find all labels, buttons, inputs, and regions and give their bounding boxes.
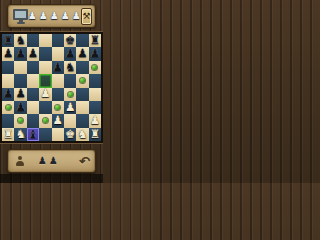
bottom-wood-shade (0, 174, 103, 183)
black-pawn: ♟ (65, 48, 75, 60)
square-c2[interactable] (27, 114, 39, 127)
legal-move-dot (18, 118, 23, 123)
black-king: ♚ (65, 35, 75, 47)
square-d4[interactable]: ♟ (39, 88, 51, 101)
square-g5[interactable] (76, 74, 88, 87)
square-f7[interactable]: ♟ (64, 47, 76, 60)
square-c4[interactable] (27, 88, 39, 101)
legal-move-dot (43, 118, 48, 123)
square-c6[interactable] (27, 61, 39, 74)
white-knight: ♞ (77, 129, 87, 141)
black-pawn: ♟ (15, 102, 25, 114)
square-b7[interactable]: ♟ (14, 47, 26, 60)
menu-tools-button[interactable]: ⚒ (81, 8, 92, 25)
square-d1[interactable] (39, 128, 51, 141)
square-d8[interactable] (39, 34, 51, 47)
square-g2[interactable] (76, 114, 88, 127)
computer-captured-tray: ♟♟♟♟♟ (28, 11, 81, 21)
captured-white-pawn: ♟ (39, 11, 48, 21)
square-c3[interactable] (27, 101, 39, 114)
square-e2[interactable]: ♟ (52, 114, 64, 127)
square-a7[interactable]: ♟ (2, 47, 14, 60)
square-h4[interactable] (89, 88, 101, 101)
square-b1[interactable]: ♞ (14, 128, 26, 141)
white-pawn: ♟ (53, 115, 63, 127)
board-frame: ♜♞♚♜♟♟♟♟♟♟♟♞♟♟♟♟♟♟♟♜♞♝♚♞♜ (0, 32, 103, 143)
square-d6[interactable] (39, 61, 51, 74)
captured-white-pawn: ♟ (72, 11, 81, 21)
square-a1[interactable]: ♜ (2, 128, 14, 141)
square-b2[interactable] (14, 114, 26, 127)
black-rook: ♜ (90, 35, 100, 47)
square-b6[interactable] (14, 61, 26, 74)
square-h6[interactable] (89, 61, 101, 74)
undo-arrow-icon: ↶ (79, 154, 90, 169)
square-e1[interactable] (52, 128, 64, 141)
legal-move-dot (80, 78, 85, 83)
undo-button[interactable]: ↶ (79, 155, 90, 168)
black-knight: ♞ (15, 35, 25, 47)
square-d7[interactable] (39, 47, 51, 60)
legal-move-dot (92, 65, 97, 70)
square-e6[interactable]: ♟ (52, 61, 64, 74)
square-f4[interactable] (64, 88, 76, 101)
square-a3[interactable] (2, 101, 14, 114)
black-pawn: ♟ (77, 48, 87, 60)
square-c7[interactable]: ♟ (27, 47, 39, 60)
black-pawn: ♟ (28, 48, 38, 60)
square-a6[interactable] (2, 61, 14, 74)
legal-move-dot (6, 105, 11, 110)
captured-black-pawn: ♟ (38, 156, 47, 166)
black-pawn: ♟ (15, 88, 25, 100)
white-rook: ♜ (90, 129, 100, 141)
human-player-bar: ♟♟ ↶ (7, 149, 96, 173)
square-h1[interactable]: ♜ (89, 128, 101, 141)
black-rook: ♜ (3, 35, 13, 47)
legal-move-dot (68, 92, 73, 97)
black-knight: ♞ (65, 62, 75, 74)
captured-white-pawn: ♟ (28, 11, 37, 21)
black-pawn: ♟ (3, 48, 13, 60)
captured-white-pawn: ♟ (50, 11, 59, 21)
square-f6[interactable]: ♞ (64, 61, 76, 74)
square-e7[interactable] (52, 47, 64, 60)
square-h7[interactable]: ♟ (89, 47, 101, 60)
square-e4[interactable] (52, 88, 64, 101)
black-pawn: ♟ (3, 88, 13, 100)
square-e5[interactable] (52, 74, 64, 87)
black-bishop: ♝ (28, 129, 38, 141)
white-pawn: ♟ (90, 115, 100, 127)
square-b4[interactable]: ♟ (14, 88, 26, 101)
black-pawn: ♟ (15, 48, 25, 60)
square-e8[interactable] (52, 34, 64, 47)
square-c5[interactable] (27, 74, 39, 87)
legal-move-dot (55, 105, 60, 110)
black-pawn: ♟ (53, 62, 63, 74)
white-knight: ♞ (15, 129, 25, 141)
square-g7[interactable]: ♟ (76, 47, 88, 60)
white-pawn: ♟ (40, 88, 50, 100)
square-h5[interactable] (89, 74, 101, 87)
white-king: ♚ (65, 129, 75, 141)
square-f3[interactable]: ♟ (64, 101, 76, 114)
tools-icon: ⚒ (82, 11, 90, 21)
computer-monitor-icon (13, 9, 28, 24)
white-pawn: ♟ (65, 102, 75, 114)
chess-board: ♜♞♚♜♟♟♟♟♟♟♟♞♟♟♟♟♟♟♟♜♞♝♚♞♜ (2, 34, 101, 141)
square-c1[interactable]: ♝ (27, 128, 39, 141)
captured-white-pawn: ♟ (61, 11, 70, 21)
square-f2[interactable] (64, 114, 76, 127)
square-g6[interactable] (76, 61, 88, 74)
human-captured-tray: ♟♟ (38, 156, 58, 166)
white-rook: ♜ (3, 129, 13, 141)
black-pawn: ♟ (90, 48, 100, 60)
square-a2[interactable] (2, 114, 14, 127)
human-player-icon (14, 156, 26, 166)
square-h2[interactable]: ♟ (89, 114, 101, 127)
square-a4[interactable]: ♟ (2, 88, 14, 101)
square-f5[interactable] (64, 74, 76, 87)
square-g1[interactable]: ♞ (76, 128, 88, 141)
square-f1[interactable]: ♚ (64, 128, 76, 141)
computer-player-bar: ♟♟♟♟♟ ⚒ (7, 4, 96, 28)
square-g4[interactable] (76, 88, 88, 101)
square-g3[interactable] (76, 101, 88, 114)
square-b3[interactable]: ♟ (14, 101, 26, 114)
square-d2[interactable] (39, 114, 51, 127)
chess-app-screen: { "game": "chess", "position": { "fen": … (0, 0, 103, 183)
square-d3[interactable] (39, 101, 51, 114)
captured-black-pawn: ♟ (49, 156, 58, 166)
